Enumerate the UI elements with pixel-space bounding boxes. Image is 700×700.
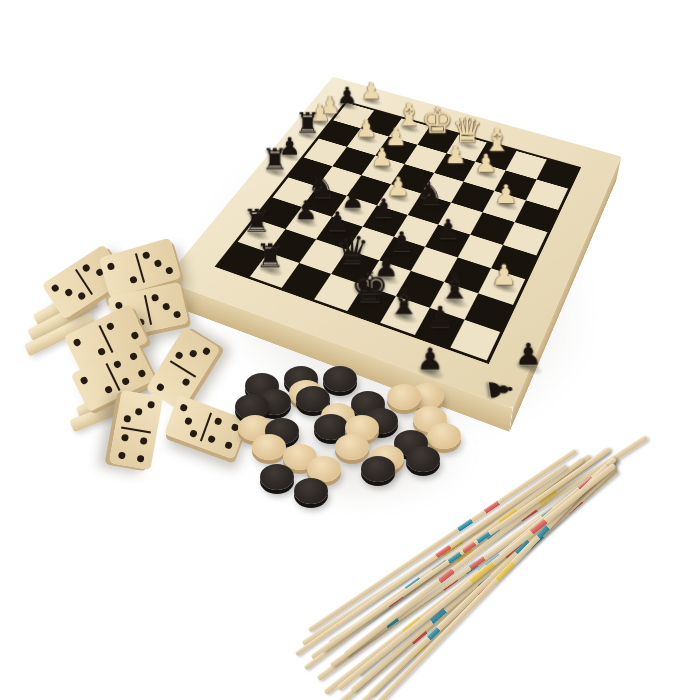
domino-pip xyxy=(214,417,223,426)
domino-pip xyxy=(224,441,233,450)
mikado-stick xyxy=(336,463,616,692)
domino-pip xyxy=(135,408,143,416)
domino-divider xyxy=(170,360,196,377)
domino-pip xyxy=(122,377,131,386)
domino-pip xyxy=(81,263,91,273)
domino-pip xyxy=(189,429,198,438)
domino-divider xyxy=(121,426,150,433)
checker-wood xyxy=(427,423,461,449)
domino-pip xyxy=(137,454,145,462)
domino-divider xyxy=(144,295,152,324)
checker-wood xyxy=(252,434,286,460)
piece-black-knight: ♞ xyxy=(408,176,452,209)
domino-pip xyxy=(80,375,89,384)
domino-pip xyxy=(174,351,184,361)
piece-black-rook: ♜ xyxy=(235,205,280,237)
domino-pip xyxy=(202,346,212,356)
checker-black xyxy=(406,446,440,472)
domino-pip xyxy=(181,378,191,388)
checker-black xyxy=(260,464,294,490)
domino-pip xyxy=(128,352,137,361)
domino-pip xyxy=(137,369,146,378)
domino-pip xyxy=(165,266,174,275)
domino-pip xyxy=(173,310,181,318)
piece-black-pawn: ♟ xyxy=(362,195,406,221)
domino-pip xyxy=(188,348,198,358)
domino-pip xyxy=(77,291,87,301)
checker-black xyxy=(294,478,328,504)
piece-white-pawn: ♟ xyxy=(361,144,403,169)
checker-black xyxy=(361,456,395,482)
domino-pip xyxy=(130,331,139,340)
domino-pip xyxy=(106,321,115,330)
domino-pip xyxy=(107,262,116,271)
domino-pip xyxy=(184,416,193,425)
domino-pip xyxy=(208,435,217,444)
checker-wood xyxy=(387,384,421,410)
checker-black xyxy=(323,366,357,392)
piece-white-pawn: ♟ xyxy=(465,151,507,176)
domino-pip xyxy=(118,451,126,459)
piece-black-rook: ♜ xyxy=(247,239,294,272)
piece-white-pawn: ♟ xyxy=(480,261,527,289)
domino-pip xyxy=(123,415,131,423)
domino-pip xyxy=(121,434,129,442)
domino-pip xyxy=(153,259,162,268)
domino-pip xyxy=(73,337,82,346)
domino-pip xyxy=(50,283,60,293)
domino-pip xyxy=(162,302,170,310)
domino-pip xyxy=(147,400,155,408)
domino-pip xyxy=(151,294,159,302)
domino-pip xyxy=(179,403,188,412)
chess-board-box: ♟♟♝♚♛♝♟♟♟♟♟♟♜♟♟♟♟♞♜♞♟♟♟♟♟♟♟♜♛♟♝♜♚♝♟♟♟♟ xyxy=(164,77,621,409)
domino-divider xyxy=(75,269,93,295)
piece-white-pawn: ♟ xyxy=(484,181,528,207)
checker-wood xyxy=(335,434,369,460)
domino-pip xyxy=(140,437,148,445)
piece-black-pawn: ♟ xyxy=(405,344,456,374)
domino-pip xyxy=(64,287,74,297)
domino-pip xyxy=(113,359,122,368)
domino-pip xyxy=(142,251,151,260)
domino-pip xyxy=(129,276,138,285)
piece-black-pawn: ♟ xyxy=(503,339,554,369)
piece-black-pawn: ♟ xyxy=(426,215,471,242)
piece-black-bishop: ♝ xyxy=(431,267,479,304)
domino-pip xyxy=(104,385,113,394)
piece-black-pawn: ♟ xyxy=(416,302,465,331)
domino-pip xyxy=(156,382,166,392)
domino-pip xyxy=(97,347,106,356)
piece-black-rook: ♜ xyxy=(254,144,296,174)
product-photo: ♟♟♝♚♛♝♟♟♟♟♟♟♜♟♟♟♟♞♜♞♟♟♟♟♟♟♟♜♛♟♝♜♚♝♟♟♟♟ xyxy=(0,0,700,700)
